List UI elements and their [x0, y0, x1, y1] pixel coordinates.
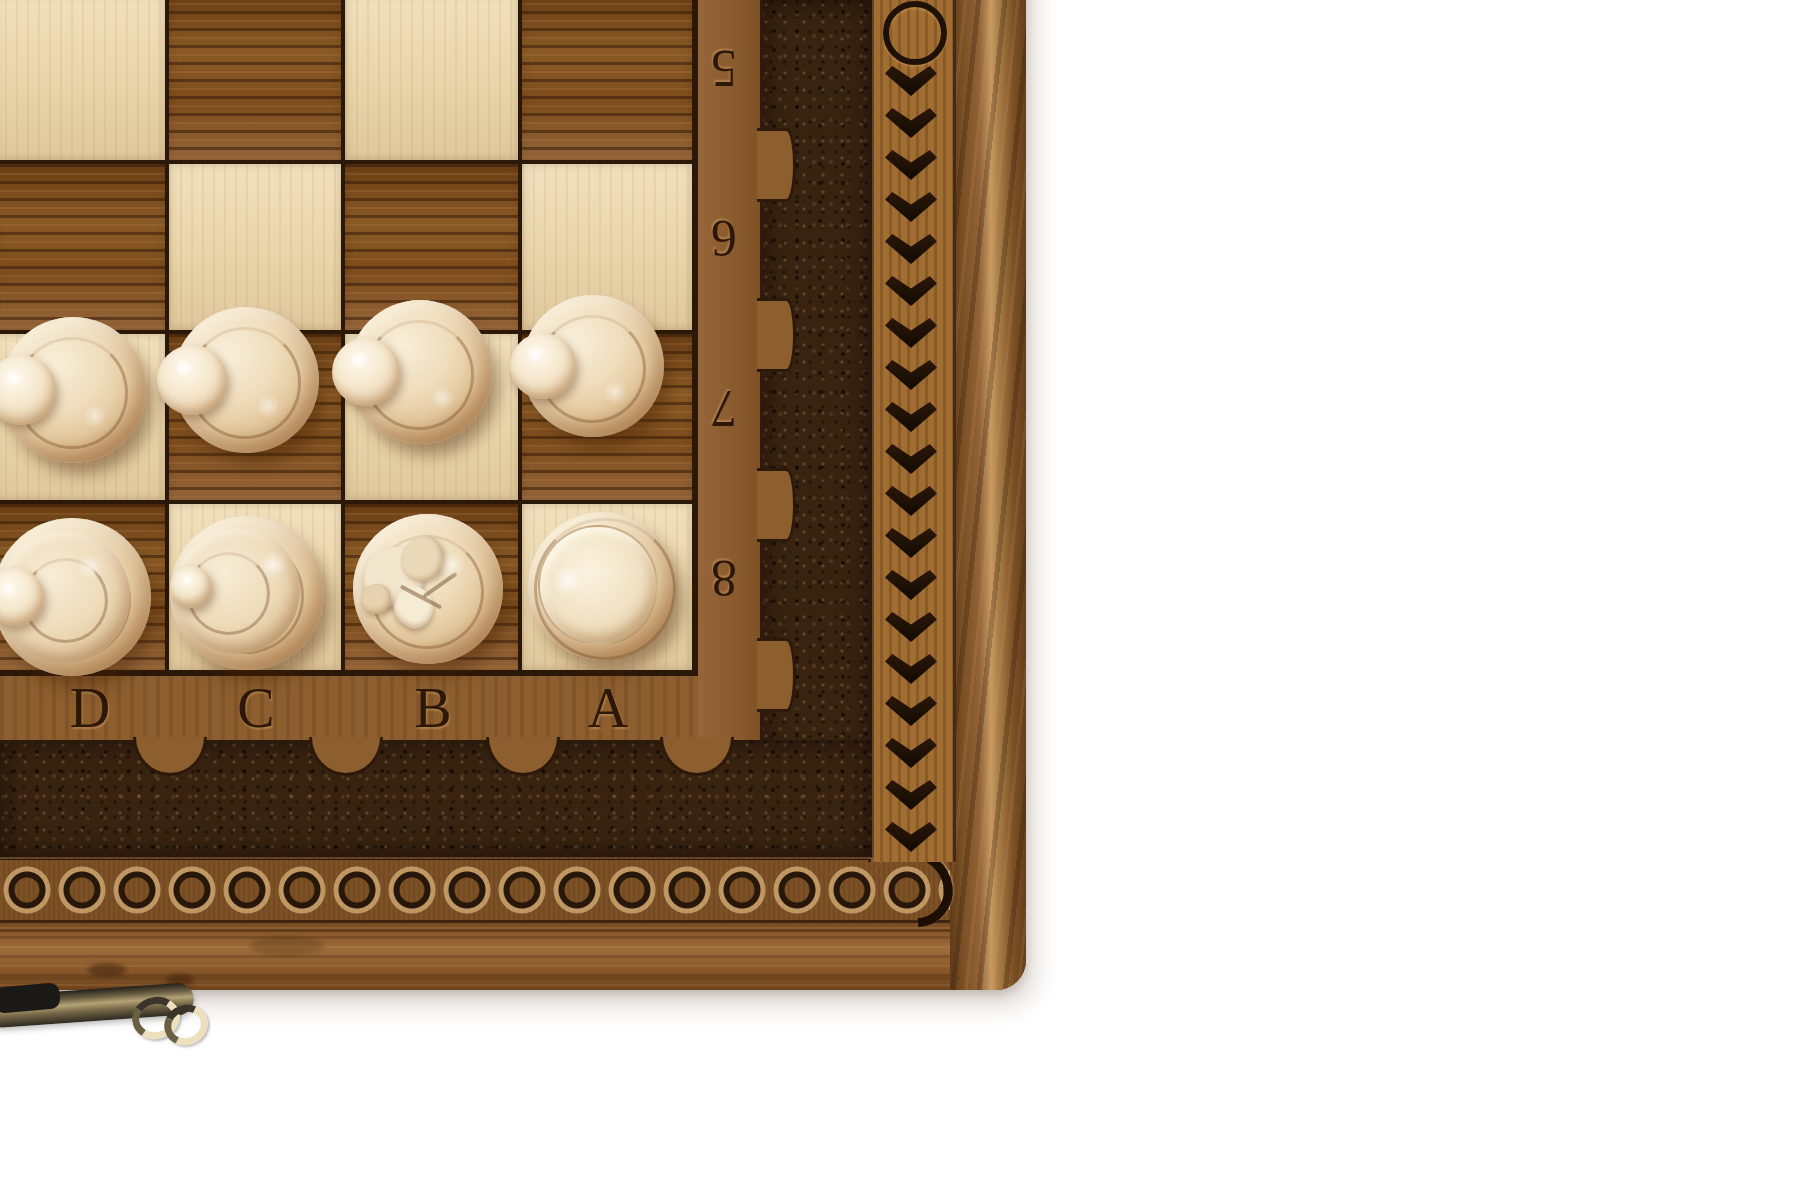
wood-stain — [88, 963, 126, 977]
scallop-notch — [757, 468, 796, 542]
square-b5 — [345, 0, 518, 160]
scallop-notch — [757, 298, 796, 372]
bevel-crease — [0, 977, 960, 980]
brass-clasp — [0, 983, 208, 1049]
chevron-carving — [885, 780, 937, 810]
carved-rope-band — [0, 857, 950, 923]
chevron-carving — [885, 234, 937, 264]
chevron-carving — [885, 528, 937, 558]
scallop-notch — [757, 128, 796, 202]
square-c6 — [169, 164, 341, 330]
file-label-c: C — [222, 679, 290, 737]
carved-ring-ornament — [883, 1, 947, 65]
chevron-carving — [885, 738, 937, 768]
specular-highlight — [77, 554, 103, 580]
specular-highlight — [1, 581, 17, 597]
chevron-carving — [885, 402, 937, 432]
chevron-carving — [885, 570, 937, 600]
bishop-tip — [170, 566, 212, 608]
outer-bevel-right — [950, 0, 1026, 990]
chevron-carving — [885, 654, 937, 684]
scallop-notch — [757, 638, 796, 712]
chevron-carving — [885, 612, 937, 642]
specular-highlight — [553, 565, 583, 595]
wooden-chess-box: DCBA5678 ♙♙♙♙♕♗♘♖ — [0, 0, 1026, 990]
rank-label-strip — [698, 0, 763, 740]
pawn-head — [510, 333, 576, 399]
file-label-d: D — [56, 679, 124, 737]
rank-label-7: 7 — [696, 379, 752, 437]
square-d5 — [0, 0, 165, 160]
specular-highlight — [430, 386, 454, 410]
file-label-b: B — [399, 679, 467, 737]
file-label-a: A — [574, 679, 642, 737]
chevron-carving — [885, 192, 937, 222]
chevron-carving — [885, 486, 937, 516]
wood-grain — [950, 0, 1026, 990]
chevron-carving — [885, 696, 937, 726]
specular-highlight — [4, 369, 22, 387]
chevron-carving — [885, 318, 937, 348]
rank-label-5: 5 — [696, 39, 752, 97]
chevron-carving — [885, 444, 937, 474]
bevel-crease — [0, 929, 950, 932]
product-photo: DCBA5678 ♙♙♙♙♕♗♘♖ — [0, 0, 1800, 1200]
pawn-head — [157, 345, 227, 415]
box-top: DCBA5678 ♙♙♙♙♕♗♘♖ — [0, 0, 1026, 990]
chevron-carving — [885, 150, 937, 180]
specular-highlight — [259, 551, 287, 579]
specular-highlight — [603, 380, 627, 404]
pawn-head — [332, 338, 400, 406]
chevron-carving — [885, 66, 937, 96]
chevron-carving — [885, 822, 937, 852]
square-c5 — [169, 0, 341, 160]
rank-label-6: 6 — [696, 209, 752, 267]
specular-highlight — [349, 351, 367, 369]
specular-highlight — [181, 575, 193, 587]
knight-carving — [361, 584, 391, 614]
specular-highlight — [526, 345, 544, 363]
chevron-carving — [885, 276, 937, 306]
specular-highlight — [83, 404, 107, 428]
square-a5 — [522, 0, 692, 160]
rank-label-8: 8 — [696, 549, 752, 607]
square-d6 — [0, 164, 165, 330]
carved-chevron-band — [868, 0, 956, 862]
carved-texture-band-bottom — [0, 740, 872, 859]
wood-stain — [250, 936, 324, 956]
specular-highlight — [439, 552, 465, 578]
chevron-carving — [885, 108, 937, 138]
chevron-carving — [885, 360, 937, 390]
specular-highlight — [175, 359, 193, 377]
specular-highlight — [256, 394, 280, 418]
